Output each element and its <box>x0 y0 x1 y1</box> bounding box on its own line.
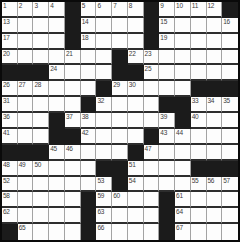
cell-r13c6-black <box>81 192 97 208</box>
cell-r15c10[interactable] <box>144 224 160 240</box>
clue-number-22: 22 <box>129 50 136 57</box>
cell-r8c8[interactable] <box>112 113 128 129</box>
cell-r14c11-black <box>159 208 175 224</box>
cell-r3c9[interactable] <box>128 34 144 50</box>
cell-r8c9[interactable] <box>128 113 144 129</box>
cell-r8c7[interactable] <box>96 113 112 129</box>
clue-number-57: 57 <box>223 177 230 184</box>
cell-r6c13-black <box>191 81 207 97</box>
clue-number-48: 48 <box>3 161 10 168</box>
cell-r11c12[interactable] <box>175 161 191 177</box>
cell-r9c8[interactable] <box>112 129 128 145</box>
cell-r3c10-black <box>144 34 160 50</box>
cell-r1c13[interactable]: 11 <box>191 2 207 18</box>
cell-r12c3[interactable] <box>33 177 49 193</box>
cell-r14c14[interactable] <box>207 208 223 224</box>
cell-r13c4[interactable] <box>49 192 65 208</box>
cell-r3c8[interactable] <box>112 34 128 50</box>
cell-r2c1[interactable]: 13 <box>2 18 18 34</box>
cell-r4c7[interactable] <box>96 50 112 66</box>
cell-r9c5-black <box>65 129 81 145</box>
cell-r15c8[interactable] <box>112 224 128 240</box>
cell-r1c4[interactable]: 4 <box>49 2 65 18</box>
clue-number-53: 53 <box>97 177 104 184</box>
cell-r10c2-black <box>18 145 34 161</box>
cell-r15c2[interactable]: 65 <box>18 224 34 240</box>
cell-r4c9[interactable]: 22 <box>128 50 144 66</box>
cell-r6c11[interactable] <box>159 81 175 97</box>
cell-r13c3[interactable] <box>33 192 49 208</box>
cell-r11c2[interactable]: 49 <box>18 161 34 177</box>
cell-r6c3[interactable]: 28 <box>33 81 49 97</box>
cell-r3c6[interactable]: 18 <box>81 34 97 50</box>
cell-r13c5[interactable] <box>65 192 81 208</box>
cell-r1c12[interactable]: 10 <box>175 2 191 18</box>
cell-r15c14[interactable] <box>207 224 223 240</box>
clue-number-27: 27 <box>19 81 26 88</box>
cell-r6c5[interactable] <box>65 81 81 97</box>
cell-r1c9[interactable]: 8 <box>128 2 144 18</box>
clue-number-41: 41 <box>3 129 10 136</box>
cell-r9c4-black <box>49 129 65 145</box>
clue-number-29: 29 <box>113 81 120 88</box>
cell-r7c14[interactable]: 34 <box>207 97 223 113</box>
cell-r4c12[interactable] <box>175 50 191 66</box>
cell-r5c9-black <box>128 65 144 81</box>
cell-r14c10[interactable] <box>144 208 160 224</box>
cell-r1c2[interactable]: 2 <box>18 2 34 18</box>
cell-r2c12[interactable] <box>175 18 191 34</box>
cell-r3c3[interactable] <box>33 34 49 50</box>
cell-r2c8[interactable] <box>112 18 128 34</box>
cell-r13c12[interactable]: 61 <box>175 192 191 208</box>
clue-number-32: 32 <box>97 97 104 104</box>
cell-r5c12[interactable] <box>175 65 191 81</box>
cell-r4c6[interactable] <box>81 50 97 66</box>
cell-r9c10-black <box>144 129 160 145</box>
cell-r13c10[interactable] <box>144 192 160 208</box>
cell-r1c10-black <box>144 2 160 18</box>
cell-r6c12[interactable] <box>175 81 191 97</box>
cell-r14c6-black <box>81 208 97 224</box>
clue-number-35: 35 <box>223 97 230 104</box>
cell-r9c13[interactable] <box>191 129 207 145</box>
cell-r7c3[interactable] <box>33 97 49 113</box>
cell-r13c7[interactable]: 59 <box>96 192 112 208</box>
cell-r7c8[interactable] <box>112 97 128 113</box>
clue-number-24: 24 <box>50 65 57 72</box>
cell-r13c14[interactable] <box>207 192 223 208</box>
clue-number-23: 23 <box>145 50 152 57</box>
cell-r11c10[interactable] <box>144 161 160 177</box>
cell-r7c2[interactable] <box>18 97 34 113</box>
clue-number-12: 12 <box>208 2 215 9</box>
cell-r5c10[interactable]: 25 <box>144 65 160 81</box>
cell-r11c3[interactable]: 50 <box>33 161 49 177</box>
cell-r12c4[interactable] <box>49 177 65 193</box>
cell-r14c5[interactable] <box>65 208 81 224</box>
cell-r11c9[interactable]: 51 <box>128 161 144 177</box>
cell-r12c10[interactable] <box>144 177 160 193</box>
cell-r7c4[interactable] <box>49 97 65 113</box>
cell-r5c6[interactable] <box>81 65 97 81</box>
clue-number-9: 9 <box>160 2 163 9</box>
cell-r7c6-black <box>81 97 97 113</box>
clue-number-37: 37 <box>66 113 73 120</box>
cell-r7c15[interactable]: 35 <box>222 97 238 113</box>
clue-number-65: 65 <box>19 224 26 231</box>
cell-r2c6[interactable]: 14 <box>81 18 97 34</box>
cell-r1c11[interactable]: 9 <box>159 2 175 18</box>
clue-number-21: 21 <box>66 50 73 57</box>
cell-r10c9-black <box>128 145 144 161</box>
cell-r5c8-black <box>112 65 128 81</box>
clue-number-61: 61 <box>176 192 183 199</box>
cell-r11c11[interactable] <box>159 161 175 177</box>
cell-r9c15[interactable] <box>222 129 238 145</box>
cell-r12c9[interactable]: 54 <box>128 177 144 193</box>
cell-r14c2[interactable] <box>18 208 34 224</box>
crossword-grid: 1234567891011121314151617181920212223242… <box>0 0 240 242</box>
clue-number-62: 62 <box>3 208 10 215</box>
clue-number-39: 39 <box>160 113 167 120</box>
clue-number-44: 44 <box>176 129 183 136</box>
cell-r8c4-black <box>49 113 65 129</box>
cell-r6c1[interactable]: 26 <box>2 81 18 97</box>
clue-number-5: 5 <box>82 2 85 9</box>
clue-number-30: 30 <box>129 81 136 88</box>
cell-r11c1[interactable]: 48 <box>2 161 18 177</box>
cell-r5c15[interactable] <box>222 65 238 81</box>
cell-r5c7[interactable] <box>96 65 112 81</box>
cell-r7c11-black <box>159 97 175 113</box>
cell-r12c13[interactable]: 55 <box>191 177 207 193</box>
cell-r10c5[interactable]: 46 <box>65 145 81 161</box>
cell-r10c8[interactable] <box>112 145 128 161</box>
cell-r15c3[interactable] <box>33 224 49 240</box>
cell-r14c9[interactable] <box>128 208 144 224</box>
cell-r10c1-black <box>2 145 18 161</box>
cell-r3c7[interactable] <box>96 34 112 50</box>
cell-r1c7[interactable]: 6 <box>96 2 112 18</box>
cell-r13c13[interactable] <box>191 192 207 208</box>
clue-number-51: 51 <box>129 161 136 168</box>
cell-r14c1[interactable]: 62 <box>2 208 18 224</box>
cell-r6c10[interactable] <box>144 81 160 97</box>
cell-r6c2[interactable]: 27 <box>18 81 34 97</box>
cell-r9c11[interactable]: 43 <box>159 129 175 145</box>
cell-r13c1[interactable]: 58 <box>2 192 18 208</box>
cell-r11c5[interactable] <box>65 161 81 177</box>
cell-r1c8[interactable]: 7 <box>112 2 128 18</box>
clue-number-36: 36 <box>3 113 10 120</box>
cell-r1c5-black <box>65 2 81 18</box>
cell-r8c6[interactable]: 38 <box>81 113 97 129</box>
cell-r5c3-black <box>33 65 49 81</box>
cell-r4c1[interactable]: 20 <box>2 50 18 66</box>
cell-r4c10[interactable]: 23 <box>144 50 160 66</box>
cell-r9c14[interactable] <box>207 129 223 145</box>
cell-r3c13[interactable] <box>191 34 207 50</box>
clue-number-49: 49 <box>19 161 26 168</box>
cell-r14c7[interactable]: 63 <box>96 208 112 224</box>
cell-r5c13[interactable] <box>191 65 207 81</box>
cell-r11c14-black <box>207 161 223 177</box>
cell-r8c2[interactable] <box>18 113 34 129</box>
cell-r3c2[interactable] <box>18 34 34 50</box>
cell-r14c15[interactable] <box>222 208 238 224</box>
clue-number-26: 26 <box>3 81 10 88</box>
clue-number-63: 63 <box>97 208 104 215</box>
cell-r3c5-black <box>65 34 81 50</box>
clue-number-15: 15 <box>160 18 167 25</box>
clue-number-64: 64 <box>176 208 183 215</box>
cell-r2c11[interactable]: 15 <box>159 18 175 34</box>
cell-r7c9[interactable] <box>128 97 144 113</box>
cell-r3c1[interactable]: 17 <box>2 34 18 50</box>
cell-r3c12[interactable] <box>175 34 191 50</box>
cell-r3c15[interactable] <box>222 34 238 50</box>
clue-number-34: 34 <box>208 97 215 104</box>
cell-r14c3[interactable] <box>33 208 49 224</box>
clue-number-7: 7 <box>113 2 116 9</box>
cell-r11c4[interactable] <box>49 161 65 177</box>
cell-r2c9[interactable] <box>128 18 144 34</box>
cell-r5c5[interactable] <box>65 65 81 81</box>
cell-r1c3[interactable]: 3 <box>33 2 49 18</box>
clue-number-52: 52 <box>3 177 10 184</box>
cell-r14c4[interactable] <box>49 208 65 224</box>
clue-number-31: 31 <box>3 97 10 104</box>
cell-r5c14[interactable] <box>207 65 223 81</box>
clue-number-67: 67 <box>176 224 183 231</box>
cell-r10c13[interactable] <box>191 145 207 161</box>
cell-r4c5[interactable]: 21 <box>65 50 81 66</box>
cell-r8c15[interactable] <box>222 113 238 129</box>
clue-number-59: 59 <box>97 192 104 199</box>
cell-r10c11[interactable] <box>159 145 175 161</box>
cell-r12c12[interactable] <box>175 177 191 193</box>
cell-r11c6[interactable] <box>81 161 97 177</box>
cell-r9c12[interactable]: 44 <box>175 129 191 145</box>
cell-r6c8[interactable]: 29 <box>112 81 128 97</box>
clue-number-20: 20 <box>3 50 10 57</box>
cell-r8c10[interactable] <box>144 113 160 129</box>
cell-r7c1[interactable]: 31 <box>2 97 18 113</box>
cell-r6c6[interactable] <box>81 81 97 97</box>
cell-r6c14-black <box>207 81 223 97</box>
cell-r10c14[interactable] <box>207 145 223 161</box>
cell-r15c6-black <box>81 224 97 240</box>
clue-number-42: 42 <box>82 129 89 136</box>
clue-number-55: 55 <box>192 177 199 184</box>
cell-r4c8-black <box>112 50 128 66</box>
cell-r10c6[interactable] <box>81 145 97 161</box>
cell-r13c15[interactable] <box>222 192 238 208</box>
cell-r12c1[interactable]: 52 <box>2 177 18 193</box>
cell-r6c9[interactable]: 30 <box>128 81 144 97</box>
clue-number-3: 3 <box>34 2 37 9</box>
cell-r5c4[interactable]: 24 <box>49 65 65 81</box>
clue-number-8: 8 <box>129 2 132 9</box>
cell-r3c4[interactable] <box>49 34 65 50</box>
cell-r3c14[interactable] <box>207 34 223 50</box>
cell-r15c13[interactable] <box>191 224 207 240</box>
clue-number-47: 47 <box>145 145 152 152</box>
cell-r13c2[interactable] <box>18 192 34 208</box>
cell-r12c11[interactable] <box>159 177 175 193</box>
cell-r2c7[interactable] <box>96 18 112 34</box>
cell-r7c12-black <box>175 97 191 113</box>
cell-r12c8-black <box>112 177 128 193</box>
cell-r9c2[interactable] <box>18 129 34 145</box>
cell-r11c7-black <box>96 161 112 177</box>
cell-r9c6[interactable]: 42 <box>81 129 97 145</box>
cell-r4c13[interactable] <box>191 50 207 66</box>
clue-number-45: 45 <box>50 145 57 152</box>
cell-r1c14[interactable]: 12 <box>207 2 223 18</box>
cell-r1c15-black <box>222 2 238 18</box>
clue-number-16: 16 <box>223 18 230 25</box>
clue-number-14: 14 <box>82 18 89 25</box>
cell-r1c6[interactable]: 5 <box>81 2 97 18</box>
cell-r10c10[interactable]: 47 <box>144 145 160 161</box>
cell-r9c3[interactable] <box>33 129 49 145</box>
clue-number-28: 28 <box>34 81 41 88</box>
clue-number-60: 60 <box>113 192 120 199</box>
clue-number-58: 58 <box>3 192 10 199</box>
cell-r1c1[interactable]: 1 <box>2 2 18 18</box>
clue-number-13: 13 <box>3 18 10 25</box>
cell-r14c12[interactable]: 64 <box>175 208 191 224</box>
cell-r2c13[interactable] <box>191 18 207 34</box>
cell-r15c15[interactable] <box>222 224 238 240</box>
cell-r12c14[interactable]: 56 <box>207 177 223 193</box>
cell-r11c13-black <box>191 161 207 177</box>
cell-r15c1-black <box>2 224 18 240</box>
cell-r6c15-black <box>222 81 238 97</box>
cell-r8c13[interactable]: 40 <box>191 113 207 129</box>
cell-r5c1-black <box>2 65 18 81</box>
cell-r14c13[interactable] <box>191 208 207 224</box>
clue-number-1: 1 <box>3 2 6 9</box>
cell-r8c5[interactable]: 37 <box>65 113 81 129</box>
cell-r6c4[interactable] <box>49 81 65 97</box>
cell-r3c11[interactable]: 19 <box>159 34 175 50</box>
cell-r12c15[interactable]: 57 <box>222 177 238 193</box>
clue-number-25: 25 <box>145 65 152 72</box>
clue-number-56: 56 <box>208 177 215 184</box>
cell-r14c8[interactable] <box>112 208 128 224</box>
cell-r11c8-black <box>112 161 128 177</box>
clue-number-18: 18 <box>82 34 89 41</box>
clue-number-43: 43 <box>160 129 167 136</box>
cell-r8c3[interactable] <box>33 113 49 129</box>
cell-r10c4[interactable]: 45 <box>49 145 65 161</box>
cell-r2c2[interactable] <box>18 18 34 34</box>
cell-r2c3[interactable] <box>33 18 49 34</box>
cell-r13c11-black <box>159 192 175 208</box>
cell-r4c14[interactable] <box>207 50 223 66</box>
cell-r4c2[interactable] <box>18 50 34 66</box>
clue-number-6: 6 <box>97 2 100 9</box>
cell-r4c11[interactable] <box>159 50 175 66</box>
cell-r10c3-black <box>33 145 49 161</box>
cell-r15c7[interactable]: 66 <box>96 224 112 240</box>
cell-r11c15-black <box>222 161 238 177</box>
cell-r7c7[interactable]: 32 <box>96 97 112 113</box>
clue-number-66: 66 <box>97 224 104 231</box>
cell-r9c9[interactable] <box>128 129 144 145</box>
cell-r15c11-black <box>159 224 175 240</box>
clue-number-50: 50 <box>34 161 41 168</box>
cell-r12c7[interactable]: 53 <box>96 177 112 193</box>
cell-r10c12[interactable] <box>175 145 191 161</box>
clue-number-17: 17 <box>3 34 10 41</box>
clue-number-4: 4 <box>50 2 53 9</box>
clue-number-11: 11 <box>192 2 198 9</box>
cell-r7c13[interactable]: 33 <box>191 97 207 113</box>
cell-r6c7-black <box>96 81 112 97</box>
cell-r7c10[interactable] <box>144 97 160 113</box>
cell-r15c12[interactable]: 67 <box>175 224 191 240</box>
cell-r2c5-black <box>65 18 81 34</box>
cell-r10c7[interactable] <box>96 145 112 161</box>
cell-r8c11[interactable]: 39 <box>159 113 175 129</box>
clue-number-10: 10 <box>176 2 183 9</box>
cell-r5c2-black <box>18 65 34 81</box>
cell-r10c15[interactable] <box>222 145 238 161</box>
clue-number-2: 2 <box>19 2 22 9</box>
clue-number-19: 19 <box>160 34 167 41</box>
cell-r4c4[interactable] <box>49 50 65 66</box>
cell-r4c3[interactable] <box>33 50 49 66</box>
cell-r15c9[interactable] <box>128 224 144 240</box>
cell-r8c14[interactable] <box>207 113 223 129</box>
cell-r12c5[interactable] <box>65 177 81 193</box>
cell-r2c14[interactable] <box>207 18 223 34</box>
cell-r13c9[interactable] <box>128 192 144 208</box>
cell-r2c4[interactable] <box>49 18 65 34</box>
cell-r8c12-black <box>175 113 191 129</box>
cell-r12c2[interactable] <box>18 177 34 193</box>
cell-r2c15[interactable]: 16 <box>222 18 238 34</box>
cell-r15c5[interactable] <box>65 224 81 240</box>
clue-number-40: 40 <box>192 113 199 120</box>
clue-number-33: 33 <box>192 97 199 104</box>
clue-number-46: 46 <box>66 145 73 152</box>
cell-r5c11[interactable] <box>159 65 175 81</box>
cell-r13c8[interactable]: 60 <box>112 192 128 208</box>
clue-number-54: 54 <box>129 177 136 184</box>
cell-r4c15[interactable] <box>222 50 238 66</box>
cell-r7c5[interactable] <box>65 97 81 113</box>
cell-r12c6[interactable] <box>81 177 97 193</box>
cell-r8c1[interactable]: 36 <box>2 113 18 129</box>
cell-r15c4[interactable] <box>49 224 65 240</box>
clue-number-38: 38 <box>82 113 89 120</box>
cell-r2c10-black <box>144 18 160 34</box>
cell-r9c7[interactable] <box>96 129 112 145</box>
cell-r9c1[interactable]: 41 <box>2 129 18 145</box>
